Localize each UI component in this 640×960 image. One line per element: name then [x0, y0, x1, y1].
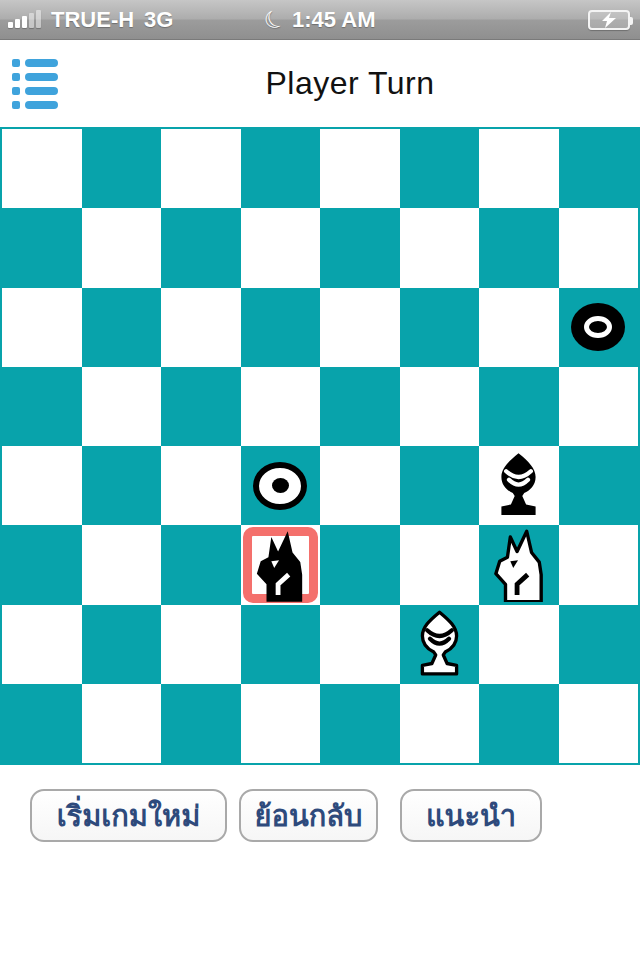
board-square[interactable]: [241, 605, 321, 684]
board-square[interactable]: [241, 129, 321, 208]
board-square[interactable]: [241, 208, 321, 287]
board-square[interactable]: [320, 129, 400, 208]
board-square[interactable]: [479, 605, 559, 684]
board-square[interactable]: [161, 525, 241, 604]
board-square[interactable]: [400, 684, 480, 763]
controls-bar: เริ่มเกมใหม่ ย้อนกลับ แนะนำ: [0, 789, 640, 842]
lightning-bolt-icon: [598, 12, 620, 28]
board-square[interactable]: [479, 208, 559, 287]
board-square[interactable]: [400, 129, 480, 208]
board-square[interactable]: [320, 684, 400, 763]
board-square[interactable]: [82, 208, 162, 287]
board-square[interactable]: [2, 208, 82, 287]
board-square[interactable]: [479, 684, 559, 763]
board-square[interactable]: [559, 288, 639, 367]
board-square[interactable]: [320, 446, 400, 525]
status-right-cluster: [588, 10, 640, 30]
black-bia-piece[interactable]: [571, 303, 625, 351]
signal-strength-icon: [8, 10, 41, 30]
board-square[interactable]: [161, 605, 241, 684]
app-screen: TRUE-H 3G ☾ 1:45 AM Player Turn เริ่มเกม…: [0, 0, 640, 960]
board-square[interactable]: [2, 684, 82, 763]
menu-icon-row: [12, 59, 60, 67]
menu-icon-row: [12, 101, 60, 109]
board-square[interactable]: [479, 129, 559, 208]
board-square[interactable]: [559, 208, 639, 287]
board-square[interactable]: [320, 367, 400, 446]
menu-button[interactable]: [12, 56, 60, 112]
board-square[interactable]: [82, 446, 162, 525]
signal-bar: [15, 19, 20, 28]
board-square[interactable]: [82, 605, 162, 684]
board-square[interactable]: [559, 605, 639, 684]
board-square[interactable]: [161, 684, 241, 763]
board-square[interactable]: [559, 367, 639, 446]
board-square[interactable]: [82, 367, 162, 446]
board-square[interactable]: [2, 129, 82, 208]
white-ma-piece[interactable]: [492, 528, 546, 602]
board-square[interactable]: [2, 367, 82, 446]
status-bar: TRUE-H 3G ☾ 1:45 AM: [0, 0, 640, 40]
header: Player Turn: [0, 40, 640, 127]
board-square[interactable]: [2, 446, 82, 525]
board-square[interactable]: [400, 288, 480, 367]
board-square[interactable]: [161, 367, 241, 446]
board-square[interactable]: [479, 525, 559, 604]
signal-bar: [29, 13, 34, 28]
battery-charging-icon: [588, 10, 630, 30]
board-square[interactable]: [82, 525, 162, 604]
board-square[interactable]: [400, 208, 480, 287]
board-square[interactable]: [82, 129, 162, 208]
board-square[interactable]: [161, 208, 241, 287]
board-square[interactable]: [320, 288, 400, 367]
network-label: 3G: [144, 7, 173, 33]
title-wrap: Player Turn: [60, 65, 640, 102]
board-square[interactable]: [400, 525, 480, 604]
board-square[interactable]: [241, 684, 321, 763]
board-square[interactable]: [479, 446, 559, 525]
menu-icon-row: [12, 73, 60, 81]
board-square[interactable]: [559, 129, 639, 208]
new-game-button[interactable]: เริ่มเกมใหม่: [30, 789, 227, 842]
signal-bar: [22, 16, 27, 28]
board-square[interactable]: [241, 367, 321, 446]
signal-bar: [8, 22, 13, 28]
board-square[interactable]: [82, 684, 162, 763]
board-square[interactable]: [2, 288, 82, 367]
board-square[interactable]: [2, 605, 82, 684]
hint-button[interactable]: แนะนำ: [400, 789, 542, 842]
black-ma-piece[interactable]: [253, 528, 307, 602]
undo-button[interactable]: ย้อนกลับ: [239, 789, 378, 842]
signal-bar: [36, 10, 41, 28]
moon-icon: ☾: [260, 4, 290, 35]
board-square[interactable]: [320, 605, 400, 684]
board-square[interactable]: [241, 446, 321, 525]
menu-icon-row: [12, 87, 60, 95]
board-square[interactable]: [161, 288, 241, 367]
board-square[interactable]: [2, 525, 82, 604]
status-left-cluster: TRUE-H 3G: [0, 7, 173, 33]
board-square[interactable]: [559, 684, 639, 763]
list-menu-icon: [12, 59, 60, 109]
white-khon-piece[interactable]: [411, 610, 468, 679]
board-square[interactable]: [241, 525, 321, 604]
board-square[interactable]: [161, 129, 241, 208]
board-square[interactable]: [320, 525, 400, 604]
board-square[interactable]: [559, 446, 639, 525]
board-square[interactable]: [82, 288, 162, 367]
board-square[interactable]: [400, 605, 480, 684]
white-bia-piece[interactable]: [253, 462, 307, 510]
board-square[interactable]: [241, 288, 321, 367]
board-square[interactable]: [559, 525, 639, 604]
board-square[interactable]: [320, 208, 400, 287]
carrier-label: TRUE-H: [51, 7, 134, 33]
time-label: 1:45 AM: [292, 7, 376, 33]
board-square[interactable]: [161, 446, 241, 525]
black-khon-piece[interactable]: [490, 451, 547, 520]
page-title: Player Turn: [265, 65, 434, 102]
board: [0, 127, 640, 765]
board-square[interactable]: [479, 367, 559, 446]
board-square[interactable]: [479, 288, 559, 367]
board-square[interactable]: [400, 446, 480, 525]
board-square[interactable]: [400, 367, 480, 446]
